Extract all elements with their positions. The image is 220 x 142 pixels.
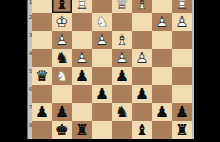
piece-outline-c1: ♗ xyxy=(132,0,152,13)
square-e1[interactable] xyxy=(92,0,112,13)
square-g7[interactable]: ♟♙ xyxy=(52,103,72,121)
piece-outline-a2: ♙ xyxy=(172,13,192,31)
square-g1[interactable]: ♝♗ xyxy=(52,0,72,13)
square-e5[interactable] xyxy=(92,67,112,85)
chess-app-window: 12345678 ♝♗♜♖♛♕♝♗♜♖♚♔♞♘♟♙♟♙♟♙♟♙♝♗♞♘♟♙♟♙♟… xyxy=(0,0,220,142)
square-g8[interactable]: ♚♔ xyxy=(52,121,72,139)
square-e8[interactable] xyxy=(92,121,112,139)
square-g4[interactable]: ♞♘ xyxy=(52,49,72,67)
piece-outline-e3: ♙ xyxy=(92,31,112,49)
black-rook-f8: ♜ xyxy=(72,121,92,139)
square-f1[interactable]: ♜♖ xyxy=(72,0,92,13)
square-f2[interactable] xyxy=(72,13,92,31)
white-queen-d1: ♛ xyxy=(112,0,132,13)
square-h5[interactable]: ♛♕ xyxy=(32,67,52,85)
black-rook-a8: ♜ xyxy=(172,121,192,139)
black-pawn-f5: ♟ xyxy=(72,67,92,85)
white-pawn-c4: ♟ xyxy=(132,49,152,67)
square-e4[interactable] xyxy=(92,49,112,67)
white-knight-e2: ♞ xyxy=(92,13,112,31)
square-g2[interactable]: ♚♔ xyxy=(52,13,72,31)
piece-outline-a8: ♖ xyxy=(172,121,192,139)
square-g6[interactable] xyxy=(52,85,72,103)
black-king-g8: ♚ xyxy=(52,121,72,139)
square-h3[interactable] xyxy=(32,31,52,49)
black-pawn-a7: ♟ xyxy=(172,103,192,121)
square-a4[interactable] xyxy=(172,49,192,67)
piece-outline-c4: ♙ xyxy=(132,49,152,67)
black-queen-h5: ♛ xyxy=(32,67,52,85)
piece-outline-d1: ♕ xyxy=(112,0,132,13)
square-b4[interactable] xyxy=(152,49,172,67)
square-f8[interactable]: ♜♖ xyxy=(72,121,92,139)
square-a6[interactable] xyxy=(172,85,192,103)
square-e2[interactable]: ♞♘ xyxy=(92,13,112,31)
square-h7[interactable]: ♟♙ xyxy=(32,103,52,121)
black-knight-d7: ♞ xyxy=(112,103,132,121)
piece-outline-c8: ♗ xyxy=(132,121,152,139)
square-c7[interactable] xyxy=(132,103,152,121)
piece-outline-g7: ♙ xyxy=(52,103,72,121)
black-pawn-h7: ♟ xyxy=(32,103,52,121)
piece-outline-g4: ♘ xyxy=(52,49,72,67)
piece-outline-f1: ♖ xyxy=(72,0,92,13)
square-f4[interactable]: ♟♙ xyxy=(72,49,92,67)
square-a1[interactable]: ♜♖ xyxy=(172,0,192,13)
piece-outline-d5: ♙ xyxy=(112,67,132,85)
piece-outline-a1: ♖ xyxy=(172,0,192,13)
square-a5[interactable] xyxy=(172,67,192,85)
piece-outline-b7: ♙ xyxy=(152,103,172,121)
square-a8[interactable]: ♜♖ xyxy=(172,121,192,139)
chess-board: ♝♗♜♖♛♕♝♗♜♖♚♔♞♘♟♙♟♙♟♙♟♙♝♗♞♘♟♙♟♙♟♙♛♕♞♘♟♙♟♙… xyxy=(32,0,192,139)
square-d6[interactable] xyxy=(112,85,132,103)
white-rook-a1: ♜ xyxy=(172,0,192,13)
square-c1[interactable]: ♝♗ xyxy=(132,0,152,13)
white-pawn-d4: ♟ xyxy=(112,49,132,67)
square-b3[interactable] xyxy=(152,31,172,49)
square-c2[interactable] xyxy=(132,13,152,31)
square-c8[interactable]: ♝♗ xyxy=(132,121,152,139)
white-pawn-b2: ♟ xyxy=(152,13,172,31)
white-bishop-d3: ♝ xyxy=(112,31,132,49)
black-pawn-b7: ♟ xyxy=(152,103,172,121)
black-pawn-d5: ♟ xyxy=(112,67,132,85)
black-bishop-c8: ♝ xyxy=(132,121,152,139)
piece-outline-h7: ♙ xyxy=(32,103,52,121)
white-pawn-f4: ♟ xyxy=(72,49,92,67)
square-a2[interactable]: ♟♙ xyxy=(172,13,192,31)
square-g3[interactable]: ♟♙ xyxy=(52,31,72,49)
square-e3[interactable]: ♟♙ xyxy=(92,31,112,49)
piece-outline-d7: ♘ xyxy=(112,103,132,121)
square-b6[interactable] xyxy=(152,85,172,103)
board-right-edge xyxy=(192,0,194,139)
piece-outline-d3: ♗ xyxy=(112,31,132,49)
square-f7[interactable] xyxy=(72,103,92,121)
piece-outline-g3: ♙ xyxy=(52,31,72,49)
square-d8[interactable] xyxy=(112,121,132,139)
square-d4[interactable]: ♟♙ xyxy=(112,49,132,67)
white-knight-g5: ♞ xyxy=(52,67,72,85)
square-b5[interactable] xyxy=(152,67,172,85)
square-d7[interactable]: ♞♘ xyxy=(112,103,132,121)
piece-outline-g8: ♔ xyxy=(52,121,72,139)
white-bishop-c1: ♝ xyxy=(132,0,152,13)
black-knight-g4: ♞ xyxy=(52,49,72,67)
square-c4[interactable]: ♟♙ xyxy=(132,49,152,67)
piece-outline-g1: ♗ xyxy=(52,0,72,13)
square-h1[interactable] xyxy=(32,0,52,13)
square-e6[interactable]: ♟♙ xyxy=(92,85,112,103)
piece-outline-a7: ♙ xyxy=(172,103,192,121)
piece-outline-g5: ♘ xyxy=(52,67,72,85)
square-b8[interactable] xyxy=(152,121,172,139)
white-pawn-a2: ♟ xyxy=(172,13,192,31)
piece-outline-f8: ♖ xyxy=(72,121,92,139)
white-king-g2: ♚ xyxy=(52,13,72,31)
piece-outline-f5: ♙ xyxy=(72,67,92,85)
square-d2[interactable] xyxy=(112,13,132,31)
square-d5[interactable]: ♟♙ xyxy=(112,67,132,85)
piece-outline-e2: ♘ xyxy=(92,13,112,31)
square-f6[interactable] xyxy=(72,85,92,103)
piece-outline-g2: ♔ xyxy=(52,13,72,31)
square-c5[interactable] xyxy=(132,67,152,85)
white-rook-f1: ♜ xyxy=(72,0,92,13)
square-e7[interactable] xyxy=(92,103,112,121)
piece-outline-c6: ♙ xyxy=(132,85,152,103)
square-a7[interactable]: ♟♙ xyxy=(172,103,192,121)
piece-outline-f4: ♙ xyxy=(72,49,92,67)
square-d1[interactable]: ♛♕ xyxy=(112,0,132,13)
piece-outline-d4: ♙ xyxy=(112,49,132,67)
piece-outline-b2: ♙ xyxy=(152,13,172,31)
black-pawn-c6: ♟ xyxy=(132,85,152,103)
square-a3[interactable] xyxy=(172,31,192,49)
piece-outline-h5: ♕ xyxy=(32,67,52,85)
square-f5[interactable]: ♟♙ xyxy=(72,67,92,85)
square-h6[interactable] xyxy=(32,85,52,103)
square-c6[interactable]: ♟♙ xyxy=(132,85,152,103)
square-b7[interactable]: ♟♙ xyxy=(152,103,172,121)
square-f3[interactable] xyxy=(72,31,92,49)
black-pawn-e6: ♟ xyxy=(92,85,112,103)
square-d3[interactable]: ♝♗ xyxy=(112,31,132,49)
square-b2[interactable]: ♟♙ xyxy=(152,13,172,31)
square-h8[interactable] xyxy=(32,121,52,139)
piece-outline-e6: ♙ xyxy=(92,85,112,103)
square-b1[interactable] xyxy=(152,0,172,13)
square-c3[interactable] xyxy=(132,31,152,49)
square-h4[interactable] xyxy=(32,49,52,67)
white-pawn-g3: ♟ xyxy=(52,31,72,49)
square-g5[interactable]: ♞♘ xyxy=(52,67,72,85)
square-h2[interactable] xyxy=(32,13,52,31)
black-bishop-g1: ♝ xyxy=(52,0,72,13)
white-pawn-e3: ♟ xyxy=(92,31,112,49)
black-pawn-g7: ♟ xyxy=(52,103,72,121)
